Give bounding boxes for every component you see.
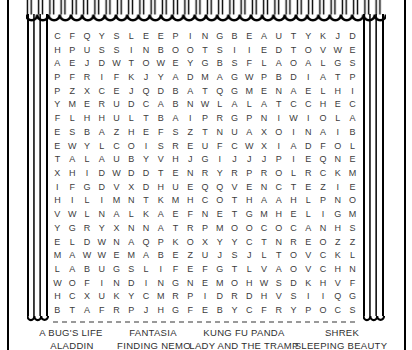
grid-cell[interactable]: M: [168, 194, 183, 208]
grid-cell[interactable]: E: [168, 56, 183, 70]
grid-cell[interactable]: J: [257, 152, 272, 166]
grid-cell[interactable]: F: [168, 262, 183, 276]
grid-cell[interactable]: V: [153, 152, 168, 166]
grid-cell[interactable]: X: [257, 139, 272, 153]
grid-cell[interactable]: C: [50, 29, 65, 43]
grid-cell[interactable]: F: [316, 139, 331, 153]
grid-cell[interactable]: L: [65, 111, 80, 125]
grid-cell[interactable]: E: [198, 276, 213, 290]
grid-cell[interactable]: K: [139, 207, 154, 221]
grid-cell[interactable]: Z: [345, 235, 360, 249]
grid-cell[interactable]: C: [316, 262, 331, 276]
grid-cell[interactable]: F: [183, 207, 198, 221]
grid-cell[interactable]: E: [65, 56, 80, 70]
grid-cell[interactable]: Q: [212, 84, 227, 98]
grid-cell[interactable]: I: [345, 84, 360, 98]
grid-cell[interactable]: E: [301, 152, 316, 166]
grid-cell[interactable]: L: [124, 29, 139, 43]
grid-cell[interactable]: Q: [139, 235, 154, 249]
grid-cell[interactable]: Z: [183, 125, 198, 139]
grid-cell[interactable]: R: [286, 235, 301, 249]
grid-cell[interactable]: L: [139, 262, 154, 276]
grid-cell[interactable]: D: [286, 276, 301, 290]
grid-cell[interactable]: A: [286, 139, 301, 153]
grid-cell[interactable]: R: [198, 166, 213, 180]
grid-cell[interactable]: W: [65, 139, 80, 153]
grid-cell[interactable]: R: [168, 290, 183, 304]
grid-cell[interactable]: S: [286, 290, 301, 304]
grid-cell[interactable]: E: [286, 207, 301, 221]
grid-cell[interactable]: S: [345, 303, 360, 317]
grid-cell[interactable]: D: [124, 276, 139, 290]
grid-cell[interactable]: J: [330, 29, 345, 43]
grid-cell[interactable]: U: [109, 111, 124, 125]
grid-cell[interactable]: U: [94, 290, 109, 304]
grid-cell[interactable]: Z: [316, 180, 331, 194]
grid-cell[interactable]: X: [257, 125, 272, 139]
grid-cell[interactable]: C: [242, 303, 257, 317]
grid-cell[interactable]: S: [227, 56, 242, 70]
grid-cell[interactable]: V: [50, 207, 65, 221]
grid-cell[interactable]: L: [80, 152, 95, 166]
grid-cell[interactable]: S: [109, 43, 124, 57]
grid-cell[interactable]: O: [183, 235, 198, 249]
grid-cell[interactable]: D: [242, 290, 257, 304]
grid-cell[interactable]: N: [212, 125, 227, 139]
grid-cell[interactable]: G: [242, 207, 257, 221]
grid-cell[interactable]: A: [153, 207, 168, 221]
grid-cell[interactable]: W: [109, 166, 124, 180]
grid-cell[interactable]: J: [139, 70, 154, 84]
grid-cell[interactable]: M: [212, 221, 227, 235]
grid-cell[interactable]: H: [153, 180, 168, 194]
grid-cell[interactable]: C: [330, 303, 345, 317]
grid-cell[interactable]: R: [109, 303, 124, 317]
grid-cell[interactable]: H: [257, 290, 272, 304]
grid-cell[interactable]: P: [168, 29, 183, 43]
grid-cell[interactable]: T: [65, 303, 80, 317]
grid-cell[interactable]: D: [124, 166, 139, 180]
grid-cell[interactable]: C: [271, 180, 286, 194]
grid-cell[interactable]: S: [124, 262, 139, 276]
grid-cell[interactable]: K: [301, 276, 316, 290]
grid-cell[interactable]: U: [227, 125, 242, 139]
grid-cell[interactable]: G: [198, 152, 213, 166]
grid-cell[interactable]: K: [330, 248, 345, 262]
grid-cell[interactable]: D: [80, 235, 95, 249]
grid-cell[interactable]: O: [183, 43, 198, 57]
grid-cell[interactable]: Q: [316, 152, 331, 166]
grid-cell[interactable]: V: [301, 262, 316, 276]
grid-cell[interactable]: W: [94, 248, 109, 262]
grid-cell[interactable]: A: [65, 248, 80, 262]
grid-cell[interactable]: I: [94, 70, 109, 84]
grid-cell[interactable]: U: [198, 139, 213, 153]
grid-cell[interactable]: O: [286, 262, 301, 276]
grid-cell[interactable]: M: [345, 166, 360, 180]
grid-cell[interactable]: H: [316, 98, 331, 112]
grid-cell[interactable]: O: [139, 56, 154, 70]
grid-cell[interactable]: Q: [80, 29, 95, 43]
grid-cell[interactable]: A: [94, 152, 109, 166]
grid-cell[interactable]: H: [242, 194, 257, 208]
grid-cell[interactable]: J: [242, 248, 257, 262]
grid-cell[interactable]: N: [109, 235, 124, 249]
grid-cell[interactable]: D: [301, 139, 316, 153]
grid-cell[interactable]: H: [286, 194, 301, 208]
grid-cell[interactable]: B: [212, 303, 227, 317]
grid-cell[interactable]: D: [94, 166, 109, 180]
grid-cell[interactable]: B: [227, 29, 242, 43]
grid-cell[interactable]: K: [316, 29, 331, 43]
grid-cell[interactable]: A: [227, 98, 242, 112]
grid-cell[interactable]: P: [271, 152, 286, 166]
grid-cell[interactable]: H: [153, 303, 168, 317]
grid-cell[interactable]: E: [153, 29, 168, 43]
grid-cell[interactable]: S: [212, 43, 227, 57]
grid-cell[interactable]: F: [94, 303, 109, 317]
grid-cell[interactable]: P: [50, 70, 65, 84]
grid-cell[interactable]: W: [109, 56, 124, 70]
grid-cell[interactable]: N: [183, 98, 198, 112]
grid-cell[interactable]: R: [94, 98, 109, 112]
grid-cell[interactable]: O: [242, 221, 257, 235]
grid-cell[interactable]: D: [271, 43, 286, 57]
grid-cell[interactable]: O: [286, 248, 301, 262]
grid-cell[interactable]: C: [316, 248, 331, 262]
grid-cell[interactable]: S: [153, 139, 168, 153]
grid-cell[interactable]: E: [345, 152, 360, 166]
grid-cell[interactable]: N: [257, 180, 272, 194]
grid-cell[interactable]: I: [271, 111, 286, 125]
grid-cell[interactable]: L: [345, 139, 360, 153]
grid-cell[interactable]: T: [153, 166, 168, 180]
grid-cell[interactable]: C: [109, 139, 124, 153]
grid-cell[interactable]: P: [316, 194, 331, 208]
grid-cell[interactable]: N: [94, 207, 109, 221]
grid-cell[interactable]: Y: [94, 29, 109, 43]
grid-cell[interactable]: E: [109, 248, 124, 262]
grid-cell[interactable]: N: [257, 111, 272, 125]
grid-cell[interactable]: A: [316, 125, 331, 139]
grid-cell[interactable]: K: [109, 290, 124, 304]
grid-cell[interactable]: X: [80, 84, 95, 98]
grid-cell[interactable]: A: [183, 84, 198, 98]
grid-cell[interactable]: V: [330, 276, 345, 290]
grid-cell[interactable]: T: [257, 235, 272, 249]
grid-cell[interactable]: W: [65, 207, 80, 221]
grid-cell[interactable]: L: [301, 194, 316, 208]
grid-cell[interactable]: L: [212, 98, 227, 112]
grid-cell[interactable]: S: [109, 29, 124, 43]
grid-cell[interactable]: F: [198, 262, 213, 276]
grid-cell[interactable]: J: [242, 152, 257, 166]
grid-cell[interactable]: B: [168, 84, 183, 98]
grid-cell[interactable]: A: [50, 56, 65, 70]
grid-cell[interactable]: T: [198, 43, 213, 57]
grid-cell[interactable]: T: [227, 207, 242, 221]
grid-cell[interactable]: F: [80, 276, 95, 290]
grid-cell[interactable]: L: [242, 262, 257, 276]
grid-cell[interactable]: M: [50, 248, 65, 262]
grid-cell[interactable]: U: [109, 152, 124, 166]
grid-cell[interactable]: G: [345, 290, 360, 304]
grid-cell[interactable]: T: [271, 248, 286, 262]
grid-cell[interactable]: R: [257, 166, 272, 180]
grid-cell[interactable]: H: [183, 194, 198, 208]
grid-cell[interactable]: N: [198, 29, 213, 43]
grid-cell[interactable]: L: [65, 235, 80, 249]
grid-cell[interactable]: D: [183, 70, 198, 84]
grid-cell[interactable]: W: [80, 248, 95, 262]
grid-cell[interactable]: U: [94, 262, 109, 276]
grid-cell[interactable]: A: [124, 235, 139, 249]
grid-cell[interactable]: L: [124, 207, 139, 221]
grid-cell[interactable]: H: [50, 290, 65, 304]
grid-cell[interactable]: O: [168, 43, 183, 57]
grid-cell[interactable]: C: [94, 84, 109, 98]
grid-cell[interactable]: Z: [65, 84, 80, 98]
grid-cell[interactable]: N: [330, 194, 345, 208]
grid-cell[interactable]: Z: [183, 248, 198, 262]
grid-cell[interactable]: Y: [153, 70, 168, 84]
grid-cell[interactable]: O: [316, 235, 331, 249]
grid-cell[interactable]: R: [212, 111, 227, 125]
grid-cell[interactable]: D: [153, 84, 168, 98]
grid-cell[interactable]: H: [50, 43, 65, 57]
grid-cell[interactable]: A: [242, 125, 257, 139]
grid-cell[interactable]: S: [65, 125, 80, 139]
grid-cell[interactable]: T: [286, 29, 301, 43]
grid-cell[interactable]: B: [168, 98, 183, 112]
grid-cell[interactable]: Y: [227, 235, 242, 249]
grid-cell[interactable]: L: [316, 56, 331, 70]
grid-cell[interactable]: Q: [139, 84, 154, 98]
grid-cell[interactable]: I: [65, 194, 80, 208]
grid-cell[interactable]: L: [330, 111, 345, 125]
grid-cell[interactable]: N: [345, 262, 360, 276]
grid-cell[interactable]: B: [271, 70, 286, 84]
grid-cell[interactable]: D: [139, 180, 154, 194]
grid-cell[interactable]: R: [227, 290, 242, 304]
grid-cell[interactable]: N: [124, 221, 139, 235]
grid-cell[interactable]: A: [257, 194, 272, 208]
grid-cell[interactable]: B: [345, 125, 360, 139]
grid-cell[interactable]: B: [124, 152, 139, 166]
grid-cell[interactable]: J: [212, 248, 227, 262]
grid-cell[interactable]: D: [139, 166, 154, 180]
grid-cell[interactable]: E: [183, 262, 198, 276]
grid-cell[interactable]: P: [153, 235, 168, 249]
grid-cell[interactable]: Y: [124, 290, 139, 304]
grid-cell[interactable]: E: [183, 180, 198, 194]
grid-cell[interactable]: G: [330, 207, 345, 221]
grid-cell[interactable]: C: [301, 98, 316, 112]
grid-cell[interactable]: G: [198, 56, 213, 70]
grid-cell[interactable]: M: [212, 276, 227, 290]
grid-cell[interactable]: M: [198, 70, 213, 84]
grid-cell[interactable]: N: [330, 152, 345, 166]
grid-cell[interactable]: E: [257, 43, 272, 57]
grid-cell[interactable]: M: [153, 290, 168, 304]
grid-cell[interactable]: W: [153, 56, 168, 70]
grid-cell[interactable]: I: [139, 276, 154, 290]
grid-cell[interactable]: Y: [301, 29, 316, 43]
grid-cell[interactable]: O: [227, 276, 242, 290]
grid-cell[interactable]: I: [242, 43, 257, 57]
grid-cell[interactable]: Y: [183, 56, 198, 70]
grid-cell[interactable]: F: [242, 56, 257, 70]
grid-cell[interactable]: A: [65, 262, 80, 276]
grid-cell[interactable]: T: [139, 194, 154, 208]
grid-cell[interactable]: I: [153, 262, 168, 276]
grid-cell[interactable]: M: [345, 207, 360, 221]
grid-cell[interactable]: T: [198, 84, 213, 98]
grid-cell[interactable]: P: [242, 111, 257, 125]
grid-cell[interactable]: Y: [50, 221, 65, 235]
grid-cell[interactable]: O: [271, 125, 286, 139]
grid-cell[interactable]: H: [330, 221, 345, 235]
grid-cell[interactable]: P: [198, 111, 213, 125]
grid-cell[interactable]: G: [212, 262, 227, 276]
grid-cell[interactable]: G: [168, 303, 183, 317]
grid-cell[interactable]: M: [242, 84, 257, 98]
grid-cell[interactable]: O: [227, 221, 242, 235]
grid-cell[interactable]: G: [80, 180, 95, 194]
grid-cell[interactable]: I: [198, 290, 213, 304]
grid-cell[interactable]: V: [316, 43, 331, 57]
grid-cell[interactable]: T: [227, 194, 242, 208]
grid-cell[interactable]: A: [139, 248, 154, 262]
grid-cell[interactable]: A: [345, 111, 360, 125]
grid-cell[interactable]: Y: [139, 152, 154, 166]
grid-cell[interactable]: C: [242, 235, 257, 249]
grid-cell[interactable]: I: [286, 152, 301, 166]
grid-cell[interactable]: P: [198, 221, 213, 235]
grid-cell[interactable]: G: [330, 56, 345, 70]
grid-cell[interactable]: N: [271, 84, 286, 98]
grid-cell[interactable]: N: [139, 43, 154, 57]
grid-cell[interactable]: T: [124, 56, 139, 70]
grid-cell[interactable]: N: [183, 276, 198, 290]
grid-cell[interactable]: E: [50, 139, 65, 153]
grid-cell[interactable]: E: [301, 180, 316, 194]
grid-cell[interactable]: E: [168, 248, 183, 262]
grid-cell[interactable]: Q: [212, 180, 227, 194]
grid-cell[interactable]: E: [198, 303, 213, 317]
grid-cell[interactable]: O: [212, 194, 227, 208]
grid-cell[interactable]: Z: [109, 125, 124, 139]
grid-cell[interactable]: U: [271, 29, 286, 43]
grid-cell[interactable]: H: [124, 125, 139, 139]
grid-cell[interactable]: Y: [50, 98, 65, 112]
grid-cell[interactable]: I: [271, 139, 286, 153]
grid-cell[interactable]: P: [345, 70, 360, 84]
grid-cell[interactable]: D: [124, 98, 139, 112]
grid-cell[interactable]: V: [227, 180, 242, 194]
grid-cell[interactable]: I: [316, 290, 331, 304]
grid-cell[interactable]: O: [316, 111, 331, 125]
grid-cell[interactable]: C: [65, 290, 80, 304]
grid-cell[interactable]: L: [286, 166, 301, 180]
grid-cell[interactable]: C: [139, 98, 154, 112]
grid-cell[interactable]: W: [94, 235, 109, 249]
grid-cell[interactable]: A: [316, 70, 331, 84]
grid-cell[interactable]: L: [345, 248, 360, 262]
grid-cell[interactable]: T: [271, 98, 286, 112]
grid-cell[interactable]: E: [257, 84, 272, 98]
grid-cell[interactable]: B: [50, 303, 65, 317]
grid-cell[interactable]: E: [242, 29, 257, 43]
grid-cell[interactable]: O: [330, 139, 345, 153]
grid-cell[interactable]: N: [301, 125, 316, 139]
grid-cell[interactable]: X: [50, 166, 65, 180]
grid-cell[interactable]: H: [168, 152, 183, 166]
grid-cell[interactable]: N: [153, 276, 168, 290]
grid-cell[interactable]: E: [50, 125, 65, 139]
grid-cell[interactable]: T: [139, 111, 154, 125]
grid-cell[interactable]: W: [242, 139, 257, 153]
grid-cell[interactable]: I: [301, 70, 316, 84]
grid-cell[interactable]: J: [80, 56, 95, 70]
grid-cell[interactable]: F: [257, 303, 272, 317]
grid-cell[interactable]: A: [153, 221, 168, 235]
grid-cell[interactable]: Q: [330, 290, 345, 304]
grid-cell[interactable]: L: [80, 194, 95, 208]
grid-cell[interactable]: I: [330, 180, 345, 194]
grid-cell[interactable]: O: [316, 303, 331, 317]
grid-cell[interactable]: R: [301, 166, 316, 180]
grid-cell[interactable]: V: [109, 180, 124, 194]
grid-cell[interactable]: C: [316, 166, 331, 180]
grid-cell[interactable]: X: [198, 235, 213, 249]
grid-cell[interactable]: W: [198, 98, 213, 112]
grid-cell[interactable]: W: [257, 276, 272, 290]
grid-cell[interactable]: D: [94, 56, 109, 70]
grid-cell[interactable]: A: [65, 152, 80, 166]
grid-cell[interactable]: F: [345, 276, 360, 290]
grid-cell[interactable]: D: [94, 180, 109, 194]
grid-cell[interactable]: A: [153, 98, 168, 112]
grid-cell[interactable]: C: [286, 98, 301, 112]
grid-cell[interactable]: P: [183, 290, 198, 304]
grid-cell[interactable]: U: [80, 43, 95, 57]
grid-cell[interactable]: U: [168, 180, 183, 194]
grid-cell[interactable]: G: [168, 276, 183, 290]
grid-cell[interactable]: C: [257, 221, 272, 235]
grid-cell[interactable]: F: [65, 70, 80, 84]
grid-cell[interactable]: K: [330, 166, 345, 180]
grid-cell[interactable]: I: [94, 194, 109, 208]
grid-cell[interactable]: O: [65, 276, 80, 290]
grid-cell[interactable]: E: [242, 180, 257, 194]
grid-cell[interactable]: P: [124, 303, 139, 317]
grid-cell[interactable]: A: [80, 303, 95, 317]
grid-cell[interactable]: C: [139, 290, 154, 304]
grid-cell[interactable]: A: [212, 70, 227, 84]
grid-cell[interactable]: B: [80, 262, 95, 276]
grid-cell[interactable]: H: [94, 111, 109, 125]
grid-cell[interactable]: W: [286, 111, 301, 125]
grid-cell[interactable]: O: [345, 194, 360, 208]
grid-cell[interactable]: E: [345, 43, 360, 57]
grid-cell[interactable]: N: [316, 221, 331, 235]
grid-cell[interactable]: B: [153, 248, 168, 262]
grid-cell[interactable]: L: [301, 207, 316, 221]
grid-cell[interactable]: Y: [94, 221, 109, 235]
grid-cell[interactable]: I: [94, 276, 109, 290]
grid-cell[interactable]: U: [109, 98, 124, 112]
